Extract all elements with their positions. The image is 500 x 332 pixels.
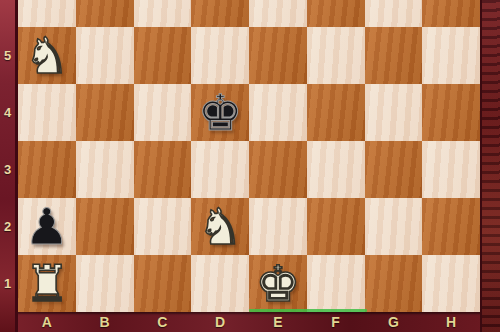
- square-g5[interactable]: [365, 27, 423, 84]
- square-f5[interactable]: [307, 27, 365, 84]
- white-rook-a1[interactable]: ♜: [18, 255, 76, 312]
- square-c5[interactable]: [134, 27, 192, 84]
- chessboard-screenshot: 54321 ABCDEFGH ♞♚♟♞♜♚: [0, 0, 500, 332]
- square-c1[interactable]: [134, 255, 192, 312]
- square-e2[interactable]: [249, 198, 307, 255]
- white-king-e1[interactable]: ♚: [249, 255, 307, 312]
- square-b3[interactable]: [76, 141, 134, 198]
- square-g4[interactable]: [365, 84, 423, 141]
- square-h4[interactable]: [422, 84, 480, 141]
- black-king-d4[interactable]: ♚: [191, 84, 249, 141]
- square-f6[interactable]: [307, 0, 365, 27]
- square-b6[interactable]: [76, 0, 134, 27]
- file-label-e: E: [249, 312, 307, 332]
- file-label-g: G: [365, 312, 423, 332]
- rank-label-4: 4: [0, 84, 15, 141]
- square-a3[interactable]: [18, 141, 76, 198]
- square-h6[interactable]: [422, 0, 480, 27]
- square-c4[interactable]: [134, 84, 192, 141]
- square-c6[interactable]: [134, 0, 192, 27]
- square-e5[interactable]: [249, 27, 307, 84]
- square-a6[interactable]: [18, 0, 76, 27]
- square-f4[interactable]: [307, 84, 365, 141]
- square-e6[interactable]: [249, 0, 307, 27]
- square-h2[interactable]: [422, 198, 480, 255]
- rank-label-5: 5: [0, 27, 15, 84]
- square-f1[interactable]: [307, 255, 365, 312]
- square-c3[interactable]: [134, 141, 192, 198]
- square-h3[interactable]: [422, 141, 480, 198]
- file-label-f: F: [307, 312, 365, 332]
- square-b1[interactable]: [76, 255, 134, 312]
- white-knight-d2[interactable]: ♞: [191, 198, 249, 255]
- black-pawn-a2[interactable]: ♟: [18, 198, 76, 255]
- file-label-b: B: [76, 312, 134, 332]
- file-labels: ABCDEFGH: [18, 312, 480, 332]
- square-b2[interactable]: [76, 198, 134, 255]
- square-d1[interactable]: [191, 255, 249, 312]
- board-frame-right: [480, 0, 500, 332]
- square-e4[interactable]: [249, 84, 307, 141]
- square-e3[interactable]: [249, 141, 307, 198]
- square-g1[interactable]: [365, 255, 423, 312]
- square-b4[interactable]: [76, 84, 134, 141]
- square-h1[interactable]: [422, 255, 480, 312]
- square-d6[interactable]: [191, 0, 249, 27]
- rank-label-1: 1: [0, 255, 15, 312]
- file-label-d: D: [191, 312, 249, 332]
- rank-label-3: 3: [0, 141, 15, 198]
- white-knight-a5[interactable]: ♞: [18, 27, 76, 84]
- square-g2[interactable]: [365, 198, 423, 255]
- square-c2[interactable]: [134, 198, 192, 255]
- file-label-h: H: [422, 312, 480, 332]
- square-b5[interactable]: [76, 27, 134, 84]
- rank-label-2: 2: [0, 198, 15, 255]
- square-d3[interactable]: [191, 141, 249, 198]
- square-f2[interactable]: [307, 198, 365, 255]
- square-f3[interactable]: [307, 141, 365, 198]
- file-label-c: C: [134, 312, 192, 332]
- square-a4[interactable]: [18, 84, 76, 141]
- square-g6[interactable]: [365, 0, 423, 27]
- file-label-a: A: [18, 312, 76, 332]
- square-h5[interactable]: [422, 27, 480, 84]
- square-d5[interactable]: [191, 27, 249, 84]
- square-g3[interactable]: [365, 141, 423, 198]
